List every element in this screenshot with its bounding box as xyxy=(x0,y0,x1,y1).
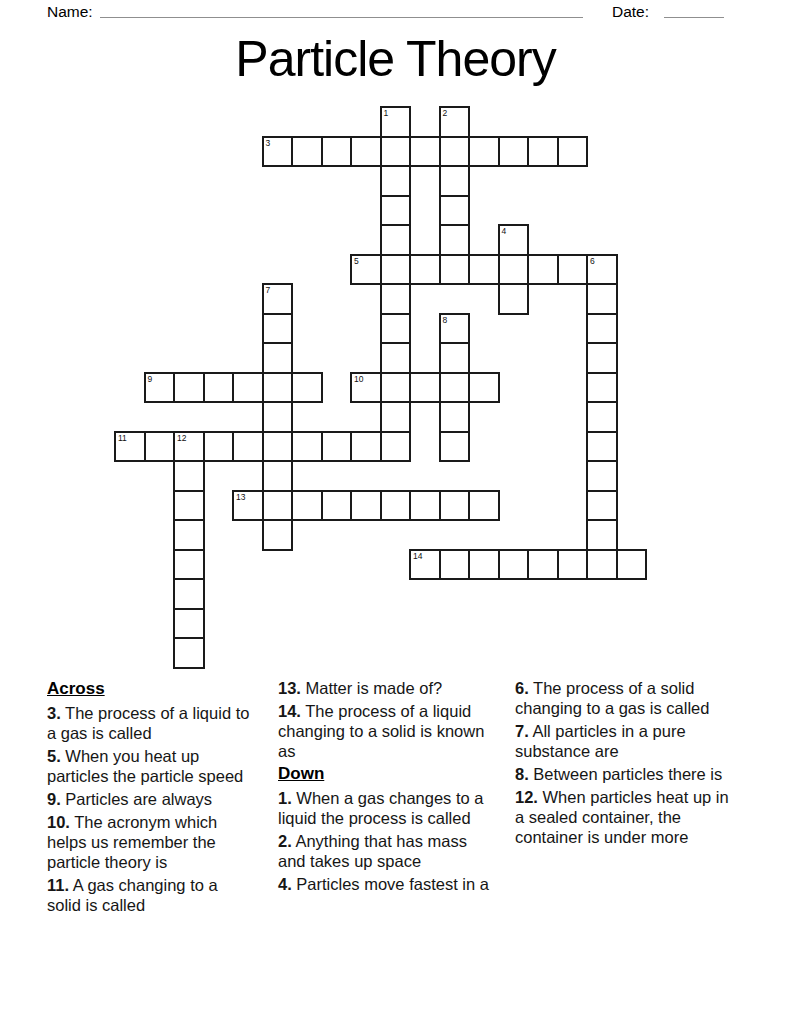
grid-cell-r9c11[interactable] xyxy=(439,372,471,404)
grid-cell-r5c8[interactable]: 5 xyxy=(350,254,382,286)
grid-cell-r10c9[interactable] xyxy=(380,401,412,433)
clue-d4: 4. Particles move fastest in a xyxy=(278,874,490,894)
grid-cell-r1c12[interactable] xyxy=(468,136,500,168)
grid-cell-r11c6[interactable] xyxy=(291,431,323,463)
grid-cell-r5c16[interactable]: 6 xyxy=(586,254,618,286)
clue-number-9: 9 xyxy=(148,374,153,384)
grid-cell-r1c14[interactable] xyxy=(527,136,559,168)
clue-number-14: 14 xyxy=(413,551,422,561)
grid-cell-r5c12[interactable] xyxy=(468,254,500,286)
clue-a13: 13. Matter is made of? xyxy=(278,678,490,698)
grid-cell-r13c11[interactable] xyxy=(439,490,471,522)
grid-cell-r2c11[interactable] xyxy=(439,165,471,197)
grid-cell-r12c2[interactable] xyxy=(173,460,205,492)
date-blank-line[interactable] xyxy=(664,2,724,18)
grid-cell-r5c13[interactable] xyxy=(498,254,530,286)
clue-a14: 14. The process of a liquid changing to … xyxy=(278,701,490,761)
grid-cell-r10c5[interactable] xyxy=(262,401,294,433)
grid-cell-r10c16[interactable] xyxy=(586,401,618,433)
grid-cell-r0c9[interactable]: 1 xyxy=(380,106,412,138)
clue-num-label: 4. xyxy=(278,875,292,893)
clue-num-label: 3. xyxy=(47,704,61,722)
clue-d12: 12. When particles heat up in a sealed c… xyxy=(515,787,729,847)
clue-number-13: 13 xyxy=(236,492,245,502)
clue-num-label: 7. xyxy=(515,722,529,740)
clue-num-label: 12. xyxy=(515,788,538,806)
grid-cell-r1c11[interactable] xyxy=(439,136,471,168)
grid-cell-r2c9[interactable] xyxy=(380,165,412,197)
grid-cell-r9c5[interactable] xyxy=(262,372,294,404)
grid-cell-r13c2[interactable] xyxy=(173,490,205,522)
grid-cell-r3c11[interactable] xyxy=(439,195,471,227)
clue-num-label: 1. xyxy=(278,789,292,807)
grid-cell-r15c15[interactable] xyxy=(557,549,589,581)
grid-cell-r13c5[interactable] xyxy=(262,490,294,522)
clue-a3: 3. The process of a liquid to a gas is c… xyxy=(47,703,251,743)
grid-cell-r1c10[interactable] xyxy=(409,136,441,168)
clue-column-3: 6. The process of a solid changing to a … xyxy=(515,678,729,850)
clue-number-1: 1 xyxy=(384,108,389,118)
clue-d2: 2. Anything that has mass and takes up s… xyxy=(278,831,490,871)
grid-cell-r3c9[interactable] xyxy=(380,195,412,227)
clue-number-6: 6 xyxy=(590,256,595,266)
grid-cell-r9c6[interactable] xyxy=(291,372,323,404)
grid-cell-r1c8[interactable] xyxy=(350,136,382,168)
grid-cell-r1c9[interactable] xyxy=(380,136,412,168)
grid-cell-r11c2[interactable]: 12 xyxy=(173,431,205,463)
grid-cell-r13c16[interactable] xyxy=(586,490,618,522)
grid-cell-r6c5[interactable]: 7 xyxy=(262,283,294,315)
grid-cell-r9c4[interactable] xyxy=(232,372,264,404)
grid-cell-r9c3[interactable] xyxy=(203,372,235,404)
grid-cell-r9c12[interactable] xyxy=(468,372,500,404)
clue-a9: 9. Particles are always xyxy=(47,789,251,809)
grid-cell-r8c9[interactable] xyxy=(380,342,412,374)
grid-cell-r8c11[interactable] xyxy=(439,342,471,374)
grid-cell-r4c11[interactable] xyxy=(439,224,471,256)
grid-cell-r7c5[interactable] xyxy=(262,313,294,345)
crossword-grid: 1234567891011121314 xyxy=(114,106,650,671)
grid-cell-r6c13[interactable] xyxy=(498,283,530,315)
clue-number-5: 5 xyxy=(354,256,359,266)
clue-num-label: 8. xyxy=(515,765,529,783)
grid-cell-r14c16[interactable] xyxy=(586,519,618,551)
across-heading: Across xyxy=(47,679,251,699)
grid-cell-r5c11[interactable] xyxy=(439,254,471,286)
clue-column-1: Across3. The process of a liquid to a ga… xyxy=(47,678,251,918)
clue-d1: 1. When a gas changes to a liquid the pr… xyxy=(278,788,490,828)
grid-cell-r8c5[interactable] xyxy=(262,342,294,374)
grid-cell-r5c10[interactable] xyxy=(409,254,441,286)
grid-cell-r7c9[interactable] xyxy=(380,313,412,345)
grid-cell-r13c12[interactable] xyxy=(468,490,500,522)
grid-cell-r11c16[interactable] xyxy=(586,431,618,463)
grid-cell-r15c12[interactable] xyxy=(468,549,500,581)
grid-cell-r1c7[interactable] xyxy=(321,136,353,168)
date-label: Date: xyxy=(612,3,649,21)
grid-cell-r5c15[interactable] xyxy=(557,254,589,286)
down-heading: Down xyxy=(278,764,490,784)
clue-num-label: 13. xyxy=(278,679,301,697)
grid-cell-r17c2[interactable] xyxy=(173,608,205,640)
grid-cell-r11c9[interactable] xyxy=(380,431,412,463)
clue-d7: 7. All particles in a pure substance are xyxy=(515,721,729,761)
grid-cell-r15c11[interactable] xyxy=(439,549,471,581)
name-blank-line[interactable] xyxy=(100,2,583,18)
grid-cell-r11c4[interactable] xyxy=(232,431,264,463)
name-label: Name: xyxy=(47,3,93,21)
clue-number-2: 2 xyxy=(443,108,448,118)
clue-a11: 11. A gas changing to a solid is called xyxy=(47,875,251,915)
grid-cell-r11c8[interactable] xyxy=(350,431,382,463)
grid-cell-r15c2[interactable] xyxy=(173,549,205,581)
grid-cell-r1c5[interactable]: 3 xyxy=(262,136,294,168)
grid-cell-r13c8[interactable] xyxy=(350,490,382,522)
grid-cell-r9c8[interactable]: 10 xyxy=(350,372,382,404)
grid-cell-r4c13[interactable]: 4 xyxy=(498,224,530,256)
grid-cell-r12c5[interactable] xyxy=(262,460,294,492)
clue-num-label: 10. xyxy=(47,813,70,831)
grid-cell-r15c14[interactable] xyxy=(527,549,559,581)
grid-cell-r13c4[interactable]: 13 xyxy=(232,490,264,522)
grid-cell-r5c14[interactable] xyxy=(527,254,559,286)
clue-column-2: 13. Matter is made of?14. The process of… xyxy=(278,678,490,897)
grid-cell-r13c9[interactable] xyxy=(380,490,412,522)
clue-d8: 8. Between particles there is xyxy=(515,764,729,784)
clue-d6: 6. The process of a solid changing to a … xyxy=(515,678,729,718)
grid-cell-r10c11[interactable] xyxy=(439,401,471,433)
grid-cell-r9c16[interactable] xyxy=(586,372,618,404)
grid-cell-r15c10[interactable]: 14 xyxy=(409,549,441,581)
clue-num-label: 14. xyxy=(278,702,301,720)
clue-a10: 10. The acronym which helps us remember … xyxy=(47,812,251,872)
grid-cell-r15c16[interactable] xyxy=(586,549,618,581)
grid-cell-r14c2[interactable] xyxy=(173,519,205,551)
grid-cell-r1c13[interactable] xyxy=(498,136,530,168)
grid-cell-r0c11[interactable]: 2 xyxy=(439,106,471,138)
clue-number-12: 12 xyxy=(177,433,186,443)
grid-cell-r1c15[interactable] xyxy=(557,136,589,168)
grid-cell-r12c16[interactable] xyxy=(586,460,618,492)
grid-cell-r9c1[interactable]: 9 xyxy=(144,372,176,404)
grid-cell-r11c11[interactable] xyxy=(439,431,471,463)
grid-cell-r6c9[interactable] xyxy=(380,283,412,315)
grid-cell-r11c0[interactable]: 11 xyxy=(114,431,146,463)
clue-number-8: 8 xyxy=(443,315,448,325)
clue-number-3: 3 xyxy=(266,138,271,148)
grid-cell-r15c17[interactable] xyxy=(616,549,648,581)
grid-cell-r5c9[interactable] xyxy=(380,254,412,286)
clue-num-label: 6. xyxy=(515,679,529,697)
clue-num-label: 11. xyxy=(47,876,69,894)
grid-cell-r11c1[interactable] xyxy=(144,431,176,463)
grid-cell-r4c9[interactable] xyxy=(380,224,412,256)
grid-cell-r15c13[interactable] xyxy=(498,549,530,581)
grid-cell-r7c11[interactable]: 8 xyxy=(439,313,471,345)
grid-cell-r9c10[interactable] xyxy=(409,372,441,404)
clue-num-label: 2. xyxy=(278,832,292,850)
grid-cell-r9c2[interactable] xyxy=(173,372,205,404)
grid-cell-r9c9[interactable] xyxy=(380,372,412,404)
clue-num-label: 5. xyxy=(47,747,61,765)
clue-number-10: 10 xyxy=(354,374,363,384)
grid-cell-r11c3[interactable] xyxy=(203,431,235,463)
grid-cell-r1c6[interactable] xyxy=(291,136,323,168)
grid-cell-r16c2[interactable] xyxy=(173,578,205,610)
grid-cell-r11c7[interactable] xyxy=(321,431,353,463)
clue-number-7: 7 xyxy=(266,285,271,295)
crossword-worksheet: { "game": "crossword", "title": "Particl… xyxy=(0,0,791,1024)
grid-cell-r13c6[interactable] xyxy=(291,490,323,522)
grid-cell-r18c2[interactable] xyxy=(173,637,205,669)
grid-cell-r14c5[interactable] xyxy=(262,519,294,551)
clue-number-4: 4 xyxy=(502,226,507,236)
grid-cell-r8c16[interactable] xyxy=(586,342,618,374)
grid-cell-r6c16[interactable] xyxy=(586,283,618,315)
grid-cell-r13c10[interactable] xyxy=(409,490,441,522)
clue-a5: 5. When you heat up particles the partic… xyxy=(47,746,251,786)
grid-cell-r11c5[interactable] xyxy=(262,431,294,463)
clue-number-11: 11 xyxy=(118,433,127,443)
grid-cell-r13c7[interactable] xyxy=(321,490,353,522)
page-title: Particle Theory xyxy=(0,30,791,88)
grid-cell-r7c16[interactable] xyxy=(586,313,618,345)
clue-num-label: 9. xyxy=(47,790,61,808)
